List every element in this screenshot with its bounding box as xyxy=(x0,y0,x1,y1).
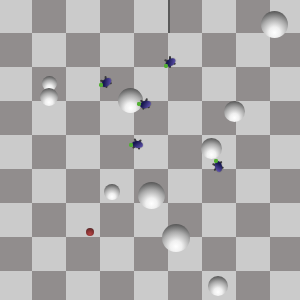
floor-square xyxy=(270,135,300,169)
floor-square xyxy=(168,0,202,33)
floor-square xyxy=(66,33,100,67)
floor-square xyxy=(202,237,236,271)
floor-square xyxy=(236,33,270,67)
sphere xyxy=(162,224,190,252)
floor-square xyxy=(168,67,202,101)
simulation-viewport[interactable] xyxy=(0,0,300,300)
floor-square xyxy=(100,271,134,300)
agent xyxy=(98,74,114,90)
floor-square xyxy=(270,271,300,300)
floor-square xyxy=(270,67,300,101)
floor-square xyxy=(100,203,134,237)
floor-square xyxy=(236,203,270,237)
floor-square xyxy=(168,101,202,135)
sphere xyxy=(104,184,120,200)
pole-marker xyxy=(168,0,170,33)
agent xyxy=(137,96,153,112)
floor-square xyxy=(0,271,32,300)
red-sphere xyxy=(86,228,94,236)
floor-square xyxy=(32,169,66,203)
floor-square xyxy=(0,0,32,33)
floor-square xyxy=(0,203,32,237)
sphere xyxy=(40,88,58,106)
floor-square xyxy=(236,135,270,169)
floor-square xyxy=(66,203,100,237)
floor-square xyxy=(202,0,236,33)
floor-square xyxy=(66,169,100,203)
floor-square xyxy=(236,237,270,271)
floor-square xyxy=(32,237,66,271)
floor-square xyxy=(0,33,32,67)
floor-square xyxy=(0,169,32,203)
floor-square xyxy=(0,135,32,169)
floor-square xyxy=(236,169,270,203)
floor-square xyxy=(202,33,236,67)
floor-square xyxy=(134,0,168,33)
agent-green-marker xyxy=(129,143,133,147)
floor-square xyxy=(66,237,100,271)
floor-square xyxy=(270,203,300,237)
agent xyxy=(210,158,226,174)
agent-green-marker xyxy=(164,64,168,68)
floor-square xyxy=(32,0,66,33)
floor-square xyxy=(66,271,100,300)
floor-square xyxy=(32,203,66,237)
agent-green-marker xyxy=(137,102,141,106)
floor-square xyxy=(0,101,32,135)
agent xyxy=(162,54,178,70)
floor-square xyxy=(0,67,32,101)
floor-square xyxy=(168,169,202,203)
floor-square xyxy=(32,101,66,135)
floor-square xyxy=(270,33,300,67)
floor-square xyxy=(134,271,168,300)
floor-square xyxy=(168,271,202,300)
floor-square xyxy=(66,101,100,135)
floor-square xyxy=(0,237,32,271)
floor-square xyxy=(202,203,236,237)
sphere xyxy=(261,11,288,38)
agent xyxy=(129,136,145,152)
floor-square xyxy=(100,33,134,67)
floor-square xyxy=(66,67,100,101)
floor-square xyxy=(270,237,300,271)
floor-square xyxy=(236,67,270,101)
checkerboard-floor xyxy=(0,0,300,300)
sphere xyxy=(201,138,222,159)
floor-square xyxy=(66,0,100,33)
floor-square xyxy=(32,271,66,300)
floor-square xyxy=(168,135,202,169)
agent-green-marker xyxy=(214,159,218,163)
floor-square xyxy=(100,237,134,271)
floor-square xyxy=(32,33,66,67)
sphere xyxy=(138,182,165,209)
sphere xyxy=(208,276,228,296)
floor-square xyxy=(202,67,236,101)
floor-square xyxy=(202,169,236,203)
floor-square xyxy=(32,135,66,169)
floor-square xyxy=(66,135,100,169)
agent-green-marker xyxy=(99,83,103,87)
sphere xyxy=(224,101,245,122)
floor-square xyxy=(270,169,300,203)
floor-square xyxy=(236,271,270,300)
floor-square xyxy=(270,101,300,135)
floor-square xyxy=(100,0,134,33)
